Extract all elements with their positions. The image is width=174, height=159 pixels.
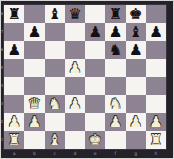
square-h1[interactable]: ♜	[146, 131, 166, 149]
chess-board-screenshot: 87654321 ♜♝♛♜♚♟♟♟♝♟♟♞♟♟♛♞♟♞♟♟♟♟♟♜♝♚♜ abc…	[0, 0, 174, 159]
square-e6[interactable]	[85, 41, 105, 59]
square-a1[interactable]: ♜	[4, 131, 24, 149]
square-e7[interactable]: ♟	[85, 23, 105, 41]
square-h4[interactable]	[146, 77, 166, 95]
piece-black-pawn[interactable]: ♟	[7, 42, 20, 57]
square-h5[interactable]	[146, 59, 166, 77]
piece-white-pawn[interactable]: ♟	[7, 114, 20, 129]
square-c6[interactable]	[45, 41, 65, 59]
piece-white-pawn[interactable]: ♟	[68, 96, 81, 111]
square-e5[interactable]	[85, 59, 105, 77]
piece-white-pawn[interactable]: ♟	[68, 60, 81, 75]
piece-white-knight[interactable]: ♞	[48, 96, 61, 111]
square-b2[interactable]: ♟	[24, 113, 44, 131]
piece-black-pawn[interactable]: ♟	[88, 24, 101, 39]
square-c2[interactable]	[45, 113, 65, 131]
file-label-e: e	[85, 149, 105, 158]
square-b6[interactable]	[24, 41, 44, 59]
square-d4[interactable]	[65, 77, 85, 95]
square-g8[interactable]: ♚	[126, 5, 146, 23]
square-d5[interactable]: ♟	[65, 59, 85, 77]
piece-black-pawn[interactable]: ♟	[129, 42, 142, 57]
file-label-f: f	[105, 149, 125, 158]
square-f1[interactable]	[105, 131, 125, 149]
square-e1[interactable]: ♚	[85, 131, 105, 149]
square-c5[interactable]	[45, 59, 65, 77]
piece-black-king[interactable]: ♚	[129, 6, 142, 21]
piece-black-pawn[interactable]: ♟	[109, 24, 122, 39]
piece-white-pawn[interactable]: ♟	[109, 114, 122, 129]
square-h7[interactable]: ♟	[146, 23, 166, 41]
square-g2[interactable]: ♟	[126, 113, 146, 131]
piece-white-rook[interactable]: ♜	[7, 132, 20, 147]
square-a3[interactable]	[4, 95, 24, 113]
piece-white-pawn[interactable]: ♟	[129, 114, 142, 129]
square-e2[interactable]	[85, 113, 105, 131]
square-g6[interactable]: ♟	[126, 41, 146, 59]
file-label-b: b	[24, 149, 44, 158]
piece-white-bishop[interactable]: ♝	[48, 132, 61, 147]
square-h2[interactable]: ♟	[146, 113, 166, 131]
piece-black-rook[interactable]: ♜	[109, 6, 122, 21]
square-f6[interactable]: ♞	[105, 41, 125, 59]
square-a5[interactable]	[4, 59, 24, 77]
piece-black-queen[interactable]: ♛	[68, 6, 81, 21]
square-d2[interactable]	[65, 113, 85, 131]
piece-black-bishop[interactable]: ♝	[129, 24, 142, 39]
square-e8[interactable]	[85, 5, 105, 23]
square-g4[interactable]	[126, 77, 146, 95]
piece-white-pawn[interactable]: ♟	[28, 114, 41, 129]
square-b5[interactable]	[24, 59, 44, 77]
square-f2[interactable]: ♟	[105, 113, 125, 131]
piece-white-pawn[interactable]: ♟	[149, 114, 162, 129]
square-f5[interactable]	[105, 59, 125, 77]
square-g1[interactable]	[126, 131, 146, 149]
square-b4[interactable]	[24, 77, 44, 95]
piece-white-knight[interactable]: ♞	[109, 96, 122, 111]
square-a7[interactable]	[4, 23, 24, 41]
square-g7[interactable]: ♝	[126, 23, 146, 41]
square-b8[interactable]	[24, 5, 44, 23]
square-c8[interactable]: ♝	[45, 5, 65, 23]
file-label-d: d	[65, 149, 85, 158]
square-a2[interactable]: ♟	[4, 113, 24, 131]
square-a8[interactable]: ♜	[4, 5, 24, 23]
square-d8[interactable]: ♛	[65, 5, 85, 23]
file-label-g: g	[126, 149, 146, 158]
square-b7[interactable]: ♟	[24, 23, 44, 41]
file-label-a: a	[4, 149, 24, 158]
square-e3[interactable]	[85, 95, 105, 113]
piece-black-pawn[interactable]: ♟	[28, 24, 41, 39]
square-a6[interactable]: ♟	[4, 41, 24, 59]
square-c3[interactable]: ♞	[45, 95, 65, 113]
square-c7[interactable]	[45, 23, 65, 41]
piece-black-bishop[interactable]: ♝	[48, 6, 61, 21]
square-f4[interactable]	[105, 77, 125, 95]
square-d6[interactable]	[65, 41, 85, 59]
square-g3[interactable]	[126, 95, 146, 113]
piece-black-pawn[interactable]: ♟	[149, 24, 162, 39]
square-e4[interactable]	[85, 77, 105, 95]
square-d7[interactable]	[65, 23, 85, 41]
file-label-h: h	[146, 149, 166, 158]
square-g5[interactable]	[126, 59, 146, 77]
square-f3[interactable]: ♞	[105, 95, 125, 113]
square-h6[interactable]	[146, 41, 166, 59]
piece-black-rook[interactable]: ♜	[7, 6, 20, 21]
square-b3[interactable]: ♛	[24, 95, 44, 113]
square-h8[interactable]	[146, 5, 166, 23]
square-d3[interactable]: ♟	[65, 95, 85, 113]
file-labels: abcdefgh	[4, 149, 166, 158]
piece-white-king[interactable]: ♚	[88, 132, 101, 147]
piece-white-rook[interactable]: ♜	[149, 132, 162, 147]
chess-board: ♜♝♛♜♚♟♟♟♝♟♟♞♟♟♛♞♟♞♟♟♟♟♟♜♝♚♜	[4, 5, 166, 149]
square-b1[interactable]	[24, 131, 44, 149]
square-f8[interactable]: ♜	[105, 5, 125, 23]
square-h3[interactable]	[146, 95, 166, 113]
file-label-c: c	[45, 149, 65, 158]
piece-black-knight[interactable]: ♞	[109, 42, 122, 57]
square-d1[interactable]	[65, 131, 85, 149]
square-f7[interactable]: ♟	[105, 23, 125, 41]
piece-white-queen[interactable]: ♛	[28, 96, 41, 111]
square-a4[interactable]	[4, 77, 24, 95]
square-c1[interactable]: ♝	[45, 131, 65, 149]
square-c4[interactable]	[45, 77, 65, 95]
